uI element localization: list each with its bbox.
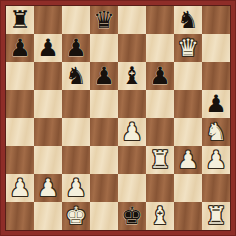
square-a1[interactable]	[6, 202, 34, 230]
square-b8[interactable]	[34, 6, 62, 34]
square-b5[interactable]	[34, 90, 62, 118]
square-h7[interactable]	[202, 34, 230, 62]
square-b4[interactable]	[34, 118, 62, 146]
piece-black-king-e1[interactable]: ♚	[121, 202, 143, 230]
square-c8[interactable]	[62, 6, 90, 34]
square-a2[interactable]: ♟	[6, 174, 34, 202]
square-h5[interactable]: ♟	[202, 90, 230, 118]
square-a4[interactable]	[6, 118, 34, 146]
square-f4[interactable]	[146, 118, 174, 146]
piece-black-pawn-c7[interactable]: ♟	[65, 34, 87, 62]
square-d2[interactable]	[90, 174, 118, 202]
piece-white-pawn-e4[interactable]: ♟	[121, 118, 143, 146]
square-d5[interactable]	[90, 90, 118, 118]
piece-black-pawn-d6[interactable]: ♟	[93, 62, 115, 90]
square-g7[interactable]: ♛	[174, 34, 202, 62]
square-f5[interactable]	[146, 90, 174, 118]
square-b3[interactable]	[34, 146, 62, 174]
piece-black-pawn-b7[interactable]: ♟	[37, 34, 59, 62]
piece-white-king-c1[interactable]: ♚	[65, 202, 87, 230]
square-g8[interactable]: ♞	[174, 6, 202, 34]
piece-white-bishop-f1[interactable]: ♝	[149, 202, 171, 230]
square-g2[interactable]	[174, 174, 202, 202]
piece-white-queen-g7[interactable]: ♛	[177, 34, 199, 62]
square-e6[interactable]: ♝	[118, 62, 146, 90]
square-a7[interactable]: ♟	[6, 34, 34, 62]
square-b1[interactable]	[34, 202, 62, 230]
square-f8[interactable]	[146, 6, 174, 34]
square-a3[interactable]	[6, 146, 34, 174]
square-c4[interactable]	[62, 118, 90, 146]
piece-white-pawn-a2[interactable]: ♟	[9, 174, 31, 202]
square-d4[interactable]	[90, 118, 118, 146]
square-e2[interactable]	[118, 174, 146, 202]
square-f3[interactable]: ♜	[146, 146, 174, 174]
square-f7[interactable]	[146, 34, 174, 62]
square-g6[interactable]	[174, 62, 202, 90]
square-d8[interactable]: ♛	[90, 6, 118, 34]
square-d1[interactable]	[90, 202, 118, 230]
square-e1[interactable]: ♚	[118, 202, 146, 230]
piece-black-pawn-h5[interactable]: ♟	[205, 90, 227, 118]
square-a8[interactable]: ♜	[6, 6, 34, 34]
square-h8[interactable]	[202, 6, 230, 34]
square-b2[interactable]: ♟	[34, 174, 62, 202]
square-h1[interactable]: ♜	[202, 202, 230, 230]
square-g1[interactable]	[174, 202, 202, 230]
chess-board: ♜♛♞♟♟♟♛♞♟♝♟♟♟♞♜♟♟♟♟♟♚♚♝♜	[6, 6, 230, 230]
square-e5[interactable]	[118, 90, 146, 118]
square-a5[interactable]	[6, 90, 34, 118]
square-e4[interactable]: ♟	[118, 118, 146, 146]
piece-black-knight-c6[interactable]: ♞	[65, 62, 87, 90]
board-frame: ♜♛♞♟♟♟♛♞♟♝♟♟♟♞♜♟♟♟♟♟♚♚♝♜	[0, 0, 236, 236]
piece-black-queen-d8[interactable]: ♛	[93, 6, 115, 34]
piece-white-rook-f3[interactable]: ♜	[149, 146, 171, 174]
square-e8[interactable]	[118, 6, 146, 34]
square-f2[interactable]	[146, 174, 174, 202]
square-g3[interactable]: ♟	[174, 146, 202, 174]
square-g5[interactable]	[174, 90, 202, 118]
piece-white-pawn-h3[interactable]: ♟	[205, 146, 227, 174]
square-g4[interactable]	[174, 118, 202, 146]
piece-black-bishop-e6[interactable]: ♝	[121, 62, 143, 90]
piece-white-knight-h4[interactable]: ♞	[205, 118, 227, 146]
piece-black-rook-a8[interactable]: ♜	[9, 6, 31, 34]
piece-white-pawn-b2[interactable]: ♟	[37, 174, 59, 202]
square-f6[interactable]: ♟	[146, 62, 174, 90]
square-b6[interactable]	[34, 62, 62, 90]
square-c7[interactable]: ♟	[62, 34, 90, 62]
piece-white-pawn-g3[interactable]: ♟	[177, 146, 199, 174]
square-h3[interactable]: ♟	[202, 146, 230, 174]
square-c6[interactable]: ♞	[62, 62, 90, 90]
square-e7[interactable]	[118, 34, 146, 62]
square-f1[interactable]: ♝	[146, 202, 174, 230]
piece-black-pawn-f6[interactable]: ♟	[149, 62, 171, 90]
square-b7[interactable]: ♟	[34, 34, 62, 62]
piece-white-pawn-c2[interactable]: ♟	[65, 174, 87, 202]
square-c2[interactable]: ♟	[62, 174, 90, 202]
square-h6[interactable]	[202, 62, 230, 90]
piece-white-rook-h1[interactable]: ♜	[205, 202, 227, 230]
piece-black-pawn-a7[interactable]: ♟	[9, 34, 31, 62]
square-d7[interactable]	[90, 34, 118, 62]
square-c5[interactable]	[62, 90, 90, 118]
square-d3[interactable]	[90, 146, 118, 174]
square-c1[interactable]: ♚	[62, 202, 90, 230]
square-d6[interactable]: ♟	[90, 62, 118, 90]
piece-black-knight-g8[interactable]: ♞	[177, 6, 199, 34]
square-h4[interactable]: ♞	[202, 118, 230, 146]
square-a6[interactable]	[6, 62, 34, 90]
square-e3[interactable]	[118, 146, 146, 174]
square-h2[interactable]	[202, 174, 230, 202]
square-c3[interactable]	[62, 146, 90, 174]
